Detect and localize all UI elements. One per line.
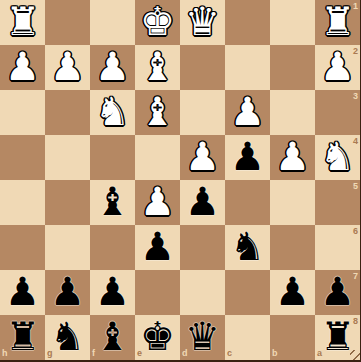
piece-white-pawn[interactable]: ♟	[95, 44, 130, 89]
square-b4[interactable]: ♟	[270, 135, 315, 180]
square-c6[interactable]: ♞	[225, 225, 270, 270]
square-d2[interactable]	[180, 45, 225, 90]
piece-black-rook[interactable]: ♜	[5, 314, 40, 359]
square-c4[interactable]: ♟	[225, 135, 270, 180]
square-b3[interactable]	[270, 90, 315, 135]
rank-label-1: 1	[353, 2, 358, 11]
square-b7[interactable]: ♟	[270, 270, 315, 315]
square-h7[interactable]: ♟	[0, 270, 45, 315]
square-f5[interactable]: ♝	[90, 180, 135, 225]
file-label-h: h	[2, 349, 8, 358]
piece-black-pawn[interactable]: ♟	[95, 269, 130, 314]
square-c8[interactable]: c	[225, 315, 270, 360]
square-e5[interactable]: ♟	[135, 180, 180, 225]
square-c3[interactable]: ♟	[225, 90, 270, 135]
square-h5[interactable]	[0, 180, 45, 225]
piece-white-pawn[interactable]: ♟	[140, 179, 175, 224]
piece-black-king[interactable]: ♚	[140, 314, 175, 359]
square-d5[interactable]: ♟	[180, 180, 225, 225]
square-b1[interactable]	[270, 0, 315, 45]
rank-label-5: 5	[353, 182, 358, 191]
square-a5[interactable]: 5	[315, 180, 360, 225]
piece-white-pawn[interactable]: ♟	[275, 134, 310, 179]
square-d1[interactable]: ♛	[180, 0, 225, 45]
rank-label-7: 7	[353, 272, 358, 281]
piece-black-knight[interactable]: ♞	[50, 314, 85, 359]
piece-white-queen[interactable]: ♛	[185, 0, 220, 44]
square-g3[interactable]	[45, 90, 90, 135]
square-a7[interactable]: ♟7	[315, 270, 360, 315]
square-d3[interactable]	[180, 90, 225, 135]
square-b8[interactable]: b	[270, 315, 315, 360]
square-g8[interactable]: ♞g	[45, 315, 90, 360]
square-h8[interactable]: ♜h	[0, 315, 45, 360]
square-b6[interactable]	[270, 225, 315, 270]
square-h3[interactable]	[0, 90, 45, 135]
square-f4[interactable]	[90, 135, 135, 180]
square-g6[interactable]	[45, 225, 90, 270]
square-e1[interactable]: ♚	[135, 0, 180, 45]
square-c7[interactable]	[225, 270, 270, 315]
piece-black-pawn[interactable]: ♟	[140, 224, 175, 269]
piece-black-pawn[interactable]: ♟	[320, 269, 355, 314]
square-a3[interactable]: 3	[315, 90, 360, 135]
file-label-a: a	[317, 349, 322, 358]
piece-black-pawn[interactable]: ♟	[5, 269, 40, 314]
square-a4[interactable]: ♞4	[315, 135, 360, 180]
piece-black-queen[interactable]: ♛	[185, 314, 220, 359]
square-g4[interactable]	[45, 135, 90, 180]
square-a2[interactable]: ♟2	[315, 45, 360, 90]
square-h1[interactable]: ♜	[0, 0, 45, 45]
square-c2[interactable]	[225, 45, 270, 90]
rank-label-4: 4	[353, 137, 358, 146]
piece-black-pawn[interactable]: ♟	[185, 179, 220, 224]
square-a6[interactable]: 6	[315, 225, 360, 270]
piece-black-bishop[interactable]: ♝	[95, 314, 130, 359]
square-e2[interactable]: ♝	[135, 45, 180, 90]
piece-black-pawn[interactable]: ♟	[275, 269, 310, 314]
piece-white-rook[interactable]: ♜	[320, 0, 355, 44]
piece-black-knight[interactable]: ♞	[230, 224, 265, 269]
square-f8[interactable]: ♝f	[90, 315, 135, 360]
piece-white-bishop[interactable]: ♝	[140, 44, 175, 89]
square-g5[interactable]	[45, 180, 90, 225]
square-e6[interactable]: ♟	[135, 225, 180, 270]
rank-label-2: 2	[353, 47, 358, 56]
file-label-d: d	[182, 349, 188, 358]
file-label-c: c	[227, 349, 232, 358]
piece-white-pawn[interactable]: ♟	[50, 44, 85, 89]
square-b5[interactable]	[270, 180, 315, 225]
piece-white-pawn[interactable]: ♟	[185, 134, 220, 179]
square-g7[interactable]: ♟	[45, 270, 90, 315]
chess-board: ♜♚♛♜1♟♟♟♝♟2♞♝♟3♟♟♟♞4♝♟♟5♟♞6♟♟♟♟♟7♜h♞g♝f♚…	[0, 0, 360, 360]
piece-white-rook[interactable]: ♜	[5, 0, 40, 44]
piece-white-bishop[interactable]: ♝	[140, 89, 175, 134]
file-label-e: e	[137, 349, 142, 358]
square-e7[interactable]	[135, 270, 180, 315]
square-h2[interactable]: ♟	[0, 45, 45, 90]
square-e3[interactable]: ♝	[135, 90, 180, 135]
file-label-g: g	[47, 349, 53, 358]
square-d4[interactable]: ♟	[180, 135, 225, 180]
square-g1[interactable]	[45, 0, 90, 45]
square-c5[interactable]	[225, 180, 270, 225]
piece-black-bishop[interactable]: ♝	[95, 179, 130, 224]
square-d6[interactable]	[180, 225, 225, 270]
square-f6[interactable]	[90, 225, 135, 270]
square-a1[interactable]: ♜1	[315, 0, 360, 45]
piece-white-king[interactable]: ♚	[140, 0, 175, 44]
file-label-f: f	[92, 349, 95, 358]
square-f1[interactable]	[90, 0, 135, 45]
square-e8[interactable]: ♚e	[135, 315, 180, 360]
file-label-b: b	[272, 349, 278, 358]
piece-white-pawn[interactable]: ♟	[5, 44, 40, 89]
square-e4[interactable]	[135, 135, 180, 180]
square-d8[interactable]: ♛d	[180, 315, 225, 360]
piece-black-pawn[interactable]: ♟	[230, 134, 265, 179]
piece-white-pawn[interactable]: ♟	[320, 44, 355, 89]
rank-label-3: 3	[353, 92, 358, 101]
piece-white-pawn[interactable]: ♟	[230, 89, 265, 134]
piece-white-knight[interactable]: ♞	[95, 89, 130, 134]
square-c1[interactable]	[225, 0, 270, 45]
square-f2[interactable]: ♟	[90, 45, 135, 90]
rank-label-8: 8	[353, 317, 358, 326]
rank-label-6: 6	[353, 227, 358, 236]
square-h6[interactable]	[0, 225, 45, 270]
square-f3[interactable]: ♞	[90, 90, 135, 135]
square-d7[interactable]	[180, 270, 225, 315]
square-h4[interactable]	[0, 135, 45, 180]
resize-handle-icon[interactable]	[350, 350, 360, 360]
piece-white-knight[interactable]: ♞	[320, 134, 355, 179]
square-g2[interactable]: ♟	[45, 45, 90, 90]
piece-black-pawn[interactable]: ♟	[50, 269, 85, 314]
square-f7[interactable]: ♟	[90, 270, 135, 315]
square-b2[interactable]	[270, 45, 315, 90]
